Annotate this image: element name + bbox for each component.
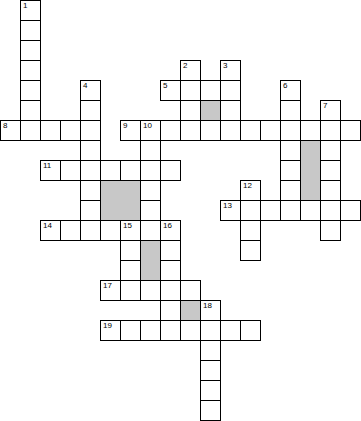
cell-r16-c10[interactable] [200,320,221,341]
clue-number: 14 [43,222,52,230]
blocked-hole-region [141,241,160,280]
cell-r3-c1[interactable] [20,60,41,81]
cell-r11-c7[interactable] [140,220,161,241]
cell-r10-c14[interactable] [280,200,301,221]
cell-r6-c8[interactable] [160,120,181,141]
clue-number: 5 [163,82,167,90]
cell-r11-c3[interactable] [60,220,81,241]
cell-r18-c10[interactable] [200,360,221,381]
cell-r10-c17[interactable] [340,200,361,221]
clue-number: 9 [123,122,127,130]
blocked-hole-region [101,181,140,220]
cell-r3-c9[interactable]: 2 [180,60,201,81]
cell-r8-c16[interactable] [320,160,341,181]
cell-r5-c4[interactable] [80,100,101,121]
cell-r8-c14[interactable] [280,160,301,181]
clue-number: 19 [103,322,112,330]
cell-r6-c14[interactable] [280,120,301,141]
cell-r9-c4[interactable] [80,180,101,201]
cell-r10-c11[interactable]: 13 [220,200,241,221]
blocked-hole-region [181,301,200,320]
cell-r8-c2[interactable]: 11 [40,160,61,181]
cell-r20-c10[interactable] [200,400,221,421]
cell-r7-c7[interactable] [140,140,161,161]
cell-r16-c8[interactable] [160,320,181,341]
cell-r14-c5[interactable]: 17 [100,280,121,301]
blocked-hole-region [201,101,220,120]
cell-r11-c8[interactable]: 16 [160,220,181,241]
cell-r5-c1[interactable] [20,100,41,121]
cell-r12-c12[interactable] [240,240,261,261]
cell-r5-c16[interactable]: 7 [320,100,341,121]
cell-r7-c4[interactable] [80,140,101,161]
cell-r8-c3[interactable] [60,160,81,181]
clue-number: 11 [43,162,51,170]
cell-r3-c11[interactable]: 3 [220,60,241,81]
cell-r5-c9[interactable] [180,100,201,121]
cell-r13-c8[interactable] [160,260,181,281]
cell-r5-c14[interactable] [280,100,301,121]
cell-r10-c13[interactable] [260,200,281,221]
clue-number: 12 [243,182,252,190]
cell-r16-c7[interactable] [140,320,161,341]
cell-r1-c1[interactable] [20,20,41,41]
cell-r9-c7[interactable] [140,180,161,201]
clue-number: 13 [223,202,232,210]
cell-r15-c8[interactable] [160,300,181,321]
cell-r6-c2[interactable] [40,120,61,141]
cell-r6-c15[interactable] [300,120,321,141]
cell-r19-c10[interactable] [200,380,221,401]
clue-number: 15 [123,222,132,230]
cell-r17-c10[interactable] [200,340,221,361]
cell-r16-c5[interactable]: 19 [100,320,121,341]
cell-r11-c6[interactable]: 15 [120,220,141,241]
cell-r9-c16[interactable] [320,180,341,201]
crossword-grid: 12345678910111213141516171819 [0,0,361,421]
cell-r16-c9[interactable] [180,320,201,341]
cell-r6-c9[interactable] [180,120,201,141]
cell-r6-c11[interactable] [220,120,241,141]
clue-number: 18 [203,302,212,310]
cell-r8-c5[interactable] [100,160,121,181]
cell-r11-c4[interactable] [80,220,101,241]
cell-r14-c9[interactable] [180,280,201,301]
cell-r6-c7[interactable]: 10 [140,120,161,141]
cell-r8-c7[interactable] [140,160,161,181]
cell-r6-c0[interactable]: 8 [0,120,21,141]
cell-r6-c12[interactable] [240,120,261,141]
cell-r10-c4[interactable] [80,200,101,221]
cell-r14-c7[interactable] [140,280,161,301]
cell-r8-c8[interactable] [160,160,181,181]
cell-r10-c12[interactable] [240,200,261,221]
cell-r10-c15[interactable] [300,200,321,221]
cell-r9-c12[interactable]: 12 [240,180,261,201]
cell-r4-c14[interactable]: 6 [280,80,301,101]
cell-r10-c7[interactable] [140,200,161,221]
cell-r6-c3[interactable] [60,120,81,141]
cell-r6-c10[interactable] [200,120,221,141]
cell-r8-c4[interactable] [80,160,101,181]
cell-r5-c11[interactable] [220,100,241,121]
cell-r6-c1[interactable] [20,120,41,141]
cell-r11-c2[interactable]: 14 [40,220,61,241]
cell-r2-c1[interactable] [20,40,41,61]
clue-number: 1 [23,2,27,10]
cell-r16-c12[interactable] [240,320,261,341]
cell-r4-c8[interactable]: 5 [160,80,181,101]
clue-number: 8 [3,122,7,130]
cell-r8-c6[interactable] [120,160,141,181]
cell-r6-c6[interactable]: 9 [120,120,141,141]
cell-r12-c6[interactable] [120,240,141,261]
cell-r11-c12[interactable] [240,220,261,241]
clue-number: 3 [223,62,227,70]
cell-r13-c6[interactable] [120,260,141,281]
cell-r6-c16[interactable] [320,120,341,141]
cell-r4-c9[interactable] [180,80,201,101]
cell-r6-c13[interactable] [260,120,281,141]
cell-r12-c8[interactable] [160,240,181,261]
cell-r4-c11[interactable] [220,80,241,101]
clue-number: 16 [163,222,172,230]
cell-r4-c10[interactable] [200,80,221,101]
cell-r4-c1[interactable] [20,80,41,101]
clue-number: 2 [183,62,187,70]
cell-r6-c17[interactable] [340,120,361,141]
cell-r16-c6[interactable] [120,320,141,341]
cell-r15-c10[interactable]: 18 [200,300,221,321]
cell-r16-c11[interactable] [220,320,241,341]
cell-r10-c16[interactable] [320,200,341,221]
clue-number: 7 [323,102,327,110]
clue-number: 10 [143,122,152,130]
cell-r4-c4[interactable]: 4 [80,80,101,101]
cell-r14-c8[interactable] [160,280,181,301]
cell-r0-c1[interactable]: 1 [20,0,41,21]
cell-r6-c4[interactable] [80,120,101,141]
cell-r14-c6[interactable] [120,280,141,301]
clue-number: 6 [283,82,287,90]
cell-r7-c14[interactable] [280,140,301,161]
blocked-hole-region [301,141,320,200]
clue-number: 4 [83,82,87,90]
cell-r11-c16[interactable] [320,220,341,241]
clue-number: 17 [103,282,112,290]
cell-r11-c5[interactable] [100,220,121,241]
cell-r7-c16[interactable] [320,140,341,161]
cell-r9-c14[interactable] [280,180,301,201]
